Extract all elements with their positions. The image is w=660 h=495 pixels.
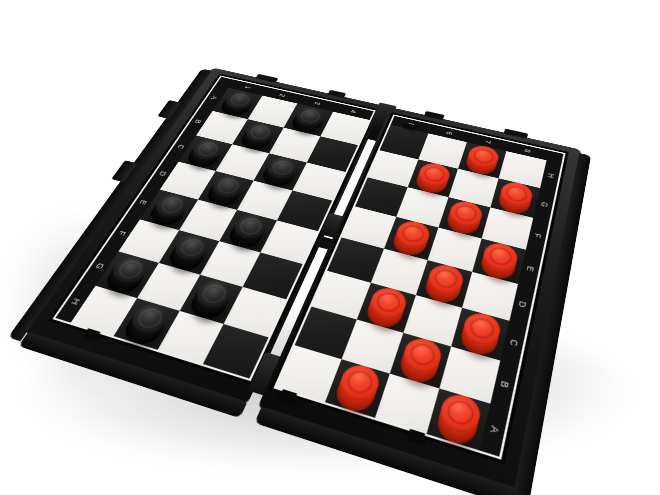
square-E7[interactable]	[416, 260, 472, 308]
square-E8[interactable]	[462, 272, 518, 321]
black-checker[interactable]	[126, 300, 174, 337]
square-E5[interactable]	[327, 237, 384, 282]
latch-clasp[interactable]	[157, 100, 180, 119]
square-F7[interactable]	[403, 295, 462, 346]
rank-label-right-F: F	[514, 224, 561, 247]
black-checker[interactable]	[170, 232, 214, 264]
folding-board-assembly: 1234 ABCDEFGH 5678	[24, 67, 582, 491]
rank-label-left-G: G	[76, 254, 125, 278]
red-checker[interactable]	[437, 390, 483, 435]
scene: 1234 ABCDEFGH 5678	[0, 0, 660, 495]
square-F3[interactable]	[200, 241, 260, 287]
rank-label-right-D: D	[497, 291, 547, 317]
square-G3[interactable]	[180, 275, 243, 324]
square-G4[interactable]	[224, 287, 287, 338]
square-H5[interactable]	[276, 345, 341, 402]
square-G6[interactable]	[342, 320, 404, 374]
rank-label-right-B: B	[477, 369, 531, 400]
square-H4[interactable]	[203, 324, 269, 379]
rank-label-left-H: H	[51, 289, 102, 315]
square-F2[interactable]	[159, 230, 219, 275]
square-F6[interactable]	[357, 283, 416, 333]
square-G5[interactable]	[295, 307, 357, 360]
photo-background: 1234 ABCDEFGH 5678	[0, 0, 660, 495]
square-H3[interactable]	[158, 311, 224, 364]
sheet-clip	[84, 328, 101, 339]
square-G7[interactable]	[390, 333, 451, 389]
red-checker[interactable]	[400, 335, 444, 375]
sheet-clip	[407, 429, 425, 442]
red-checker[interactable]	[481, 240, 520, 273]
latch-clasp[interactable]	[111, 160, 137, 182]
red-checker[interactable]	[336, 361, 383, 403]
square-H6[interactable]	[325, 359, 390, 418]
black-checker[interactable]	[191, 276, 236, 311]
red-checker[interactable]	[367, 284, 410, 320]
square-F4[interactable]	[243, 252, 303, 299]
left-tray: 1234 ABCDEFGH	[24, 67, 384, 405]
sheet-clip	[280, 389, 298, 402]
rim-notch	[328, 90, 346, 98]
red-checker[interactable]	[461, 310, 503, 348]
red-checker[interactable]	[425, 262, 466, 296]
black-checker[interactable]	[108, 253, 154, 287]
square-D8[interactable]	[472, 239, 526, 284]
square-F5[interactable]	[311, 271, 370, 320]
square-D7[interactable]	[428, 228, 482, 272]
rank-label-right-E: E	[506, 257, 555, 281]
square-F8[interactable]	[451, 308, 509, 361]
square-H7[interactable]	[375, 374, 439, 434]
rank-label-right-C: C	[488, 329, 540, 357]
square-G2[interactable]	[137, 263, 200, 311]
square-H2[interactable]	[114, 298, 180, 350]
rim-notch	[424, 111, 445, 120]
square-E6[interactable]	[371, 249, 428, 295]
rank-label-right-A: A	[466, 413, 523, 446]
